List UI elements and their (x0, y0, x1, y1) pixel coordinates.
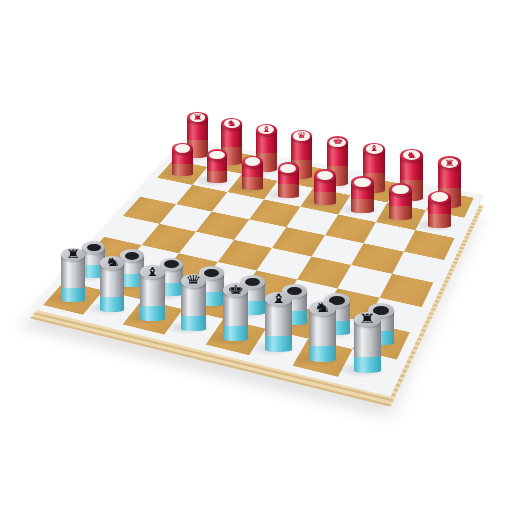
piece-top (207, 149, 228, 161)
piece-black-pawn-c7[interactable] (242, 162, 263, 191)
pawn-top-disc (317, 171, 333, 180)
piece-top (428, 191, 451, 204)
pawn-top-disc (280, 164, 296, 173)
piece-base-band (242, 177, 263, 190)
piece-top: ♝ (256, 124, 277, 136)
pieces-layer: ♜♞♝♛♚♝♞♜♜♞♝♛♚♝♞♜ (0, 0, 520, 520)
piece-base-band (428, 214, 451, 228)
piece-base-band (181, 316, 206, 331)
king-glyph: ♚ (227, 283, 244, 295)
piece-base-band (207, 171, 228, 184)
piece-base-band (278, 184, 300, 197)
rook-glyph: ♜ (358, 312, 376, 325)
pawn-top-disc (392, 185, 409, 195)
piece-top (389, 183, 412, 196)
piece-base-band (172, 164, 193, 176)
piece-base-band (61, 288, 84, 302)
bishop-glyph: ♝ (261, 126, 272, 134)
piece-base-band (265, 336, 291, 352)
knight-glyph: ♞ (406, 151, 418, 160)
piece-top (351, 176, 374, 189)
rook-glyph: ♜ (192, 114, 202, 122)
queen-glyph: ♛ (296, 132, 307, 140)
piece-top: ♝ (265, 292, 291, 307)
piece-top: ♞ (400, 149, 422, 162)
knight-glyph: ♞ (313, 301, 331, 314)
piece-white-knight-g1[interactable]: ♞ (309, 308, 336, 362)
pawn-top-disc (175, 144, 190, 153)
pawn-top-disc (125, 252, 139, 260)
pawn-top-disc (431, 192, 448, 202)
piece-top: ♞ (309, 301, 336, 316)
piece-base-band (100, 297, 124, 312)
piece-black-pawn-b7[interactable] (207, 155, 228, 183)
bishop-glyph: ♝ (144, 265, 160, 277)
piece-base-band (309, 346, 336, 362)
piece-top (172, 143, 193, 155)
piece-top (82, 241, 105, 254)
piece-top (314, 169, 336, 181)
pawn-top-disc (87, 244, 101, 252)
pawn-top-disc (354, 178, 371, 187)
piece-top: ♛ (291, 130, 312, 142)
rook-glyph: ♜ (444, 158, 456, 167)
pawn-top-disc (245, 157, 261, 166)
piece-white-rook-a1[interactable]: ♜ (61, 255, 84, 302)
knight-glyph: ♞ (226, 120, 237, 128)
piece-top: ♛ (181, 274, 206, 288)
piece-top: ♜ (438, 156, 460, 169)
piece-black-pawn-g7[interactable] (389, 189, 412, 220)
piece-base-band (314, 192, 336, 205)
piece-top: ♜ (61, 248, 84, 261)
pawn-top-disc (204, 269, 219, 277)
piece-black-pawn-a7[interactable] (172, 149, 193, 177)
piece-black-pawn-d7[interactable] (278, 168, 300, 197)
piece-top: ♞ (100, 256, 124, 269)
piece-base-band (351, 199, 374, 213)
piece-top: ♚ (223, 283, 249, 297)
pawn-top-disc (245, 278, 260, 286)
king-glyph: ♚ (332, 138, 343, 146)
rook-glyph: ♜ (65, 249, 81, 260)
piece-white-king-e1[interactable]: ♚ (223, 290, 249, 342)
piece-white-bishop-f1[interactable]: ♝ (265, 299, 291, 352)
piece-base-band (140, 306, 164, 321)
pawn-top-disc (209, 151, 224, 160)
piece-white-rook-h1[interactable]: ♜ (354, 319, 381, 373)
piece-black-pawn-f7[interactable] (351, 182, 374, 212)
bishop-glyph: ♝ (369, 144, 380, 152)
piece-base-band (354, 357, 381, 373)
piece-top: ♜ (354, 312, 381, 327)
piece-top: ♝ (140, 265, 164, 279)
bishop-glyph: ♝ (270, 292, 287, 305)
piece-top (242, 156, 263, 168)
piece-black-pawn-h7[interactable] (428, 197, 451, 228)
piece-white-queen-d1[interactable]: ♛ (181, 281, 206, 332)
piece-white-knight-b1[interactable]: ♞ (100, 263, 124, 311)
piece-top: ♞ (221, 118, 242, 129)
stage: ♜♞♝♛♚♝♞♜♜♞♝♛♚♝♞♜ (0, 0, 520, 520)
queen-glyph: ♛ (185, 274, 202, 286)
piece-top: ♝ (363, 143, 385, 155)
piece-base-band (223, 326, 249, 341)
piece-base-band (389, 206, 412, 220)
piece-top (278, 162, 300, 174)
piece-black-pawn-e7[interactable] (314, 175, 336, 205)
knight-glyph: ♞ (104, 257, 120, 269)
piece-white-bishop-c1[interactable]: ♝ (140, 272, 164, 321)
pawn-top-disc (164, 260, 178, 268)
